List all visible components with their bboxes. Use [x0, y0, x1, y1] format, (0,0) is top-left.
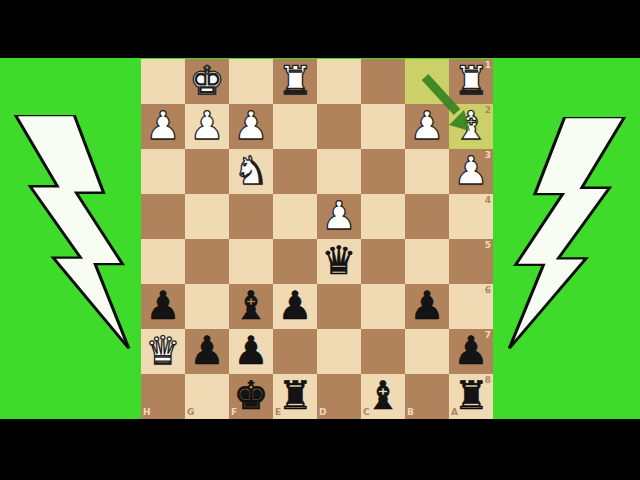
piece-black-pawn[interactable]: ♟ — [185, 328, 229, 373]
square-h7[interactable]: ♛ — [141, 329, 185, 374]
square-g7[interactable]: ♟ — [185, 329, 229, 374]
piece-black-pawn[interactable]: ♟ — [405, 283, 449, 328]
file-label-C: C — [363, 408, 370, 417]
square-g3[interactable] — [185, 149, 229, 194]
square-d2[interactable] — [317, 104, 361, 149]
rank-label-2: 2 — [485, 106, 491, 115]
square-c6[interactable] — [361, 284, 405, 329]
square-d4[interactable]: ♟ — [317, 194, 361, 239]
square-f4[interactable] — [229, 194, 273, 239]
square-f3[interactable]: ♞ — [229, 149, 273, 194]
file-label-A: A — [451, 408, 458, 417]
square-h4[interactable] — [141, 194, 185, 239]
square-c8[interactable]: ♝C — [361, 374, 405, 419]
square-e8[interactable]: ♜E — [273, 374, 317, 419]
square-h8[interactable]: H — [141, 374, 185, 419]
piece-white-pawn[interactable]: ♟ — [317, 193, 361, 238]
square-f2[interactable]: ♟ — [229, 104, 273, 149]
piece-white-pawn[interactable]: ♟ — [405, 103, 449, 148]
top-letterbox-bar — [0, 0, 640, 58]
rank-label-1: 1 — [485, 61, 491, 70]
square-h2[interactable]: ♟ — [141, 104, 185, 149]
piece-white-pawn[interactable]: ♟ — [229, 103, 273, 148]
rank-label-4: 4 — [485, 196, 491, 205]
square-c3[interactable] — [361, 149, 405, 194]
square-h5[interactable] — [141, 239, 185, 284]
piece-white-rook[interactable]: ♜ — [273, 58, 317, 103]
square-e3[interactable] — [273, 149, 317, 194]
square-e5[interactable] — [273, 239, 317, 284]
file-label-E: E — [275, 408, 281, 417]
square-d1[interactable] — [317, 59, 361, 104]
square-d3[interactable] — [317, 149, 361, 194]
square-e2[interactable] — [273, 104, 317, 149]
square-f5[interactable] — [229, 239, 273, 284]
bottom-letterbox-bar — [0, 419, 640, 480]
square-b1[interactable] — [405, 59, 449, 104]
rank-label-5: 5 — [485, 241, 491, 250]
square-e7[interactable] — [273, 329, 317, 374]
square-g6[interactable] — [185, 284, 229, 329]
square-d5[interactable]: ♛ — [317, 239, 361, 284]
rank-label-8: 8 — [485, 376, 491, 385]
square-f8[interactable]: ♚F — [229, 374, 273, 419]
lightning-bolt-right-icon — [505, 117, 633, 350]
square-b8[interactable]: B — [405, 374, 449, 419]
square-a7[interactable]: ♟7 — [449, 329, 493, 374]
file-label-G: G — [187, 408, 194, 417]
screenshot-stage: ♚♜♜1♟♟♟♟♝2♞♟3♟4♛5♟♝♟♟6♛♟♟♟7HG♚F♜ED♝CB♜8A — [0, 0, 640, 480]
rank-label-3: 3 — [485, 151, 491, 160]
square-c2[interactable] — [361, 104, 405, 149]
square-c5[interactable] — [361, 239, 405, 284]
square-c7[interactable] — [361, 329, 405, 374]
file-label-H: H — [143, 408, 151, 417]
square-e4[interactable] — [273, 194, 317, 239]
square-c1[interactable] — [361, 59, 405, 104]
square-g2[interactable]: ♟ — [185, 104, 229, 149]
square-d8[interactable]: D — [317, 374, 361, 419]
piece-white-pawn[interactable]: ♟ — [141, 103, 185, 148]
square-a8[interactable]: ♜8A — [449, 374, 493, 419]
square-a1[interactable]: ♜1 — [449, 59, 493, 104]
piece-black-pawn[interactable]: ♟ — [141, 283, 185, 328]
square-f6[interactable]: ♝ — [229, 284, 273, 329]
piece-white-knight[interactable]: ♞ — [229, 148, 273, 193]
square-a3[interactable]: ♟3 — [449, 149, 493, 194]
rank-label-6: 6 — [485, 286, 491, 295]
lightning-bolt-left-icon — [7, 115, 133, 350]
square-c4[interactable] — [361, 194, 405, 239]
square-e1[interactable]: ♜ — [273, 59, 317, 104]
square-f1[interactable] — [229, 59, 273, 104]
square-g5[interactable] — [185, 239, 229, 284]
square-b6[interactable]: ♟ — [405, 284, 449, 329]
piece-black-pawn[interactable]: ♟ — [273, 283, 317, 328]
square-h6[interactable]: ♟ — [141, 284, 185, 329]
file-label-D: D — [319, 408, 326, 417]
square-e6[interactable]: ♟ — [273, 284, 317, 329]
piece-black-queen[interactable]: ♛ — [317, 238, 361, 283]
square-b7[interactable] — [405, 329, 449, 374]
square-b3[interactable] — [405, 149, 449, 194]
file-label-F: F — [231, 408, 237, 417]
square-a6[interactable]: 6 — [449, 284, 493, 329]
square-b2[interactable]: ♟ — [405, 104, 449, 149]
square-h1[interactable] — [141, 59, 185, 104]
square-b5[interactable] — [405, 239, 449, 284]
square-d6[interactable] — [317, 284, 361, 329]
rank-label-7: 7 — [485, 331, 491, 340]
square-a4[interactable]: 4 — [449, 194, 493, 239]
square-a5[interactable]: 5 — [449, 239, 493, 284]
square-d7[interactable] — [317, 329, 361, 374]
square-g4[interactable] — [185, 194, 229, 239]
square-a2[interactable]: ♝2 — [449, 104, 493, 149]
piece-black-pawn[interactable]: ♟ — [229, 328, 273, 373]
square-h3[interactable] — [141, 149, 185, 194]
piece-black-bishop[interactable]: ♝ — [229, 283, 273, 328]
piece-white-queen[interactable]: ♛ — [141, 328, 185, 373]
piece-white-king[interactable]: ♚ — [185, 58, 229, 103]
square-b4[interactable] — [405, 194, 449, 239]
file-label-B: B — [407, 408, 414, 417]
square-g8[interactable]: G — [185, 374, 229, 419]
chess-board[interactable]: ♚♜♜1♟♟♟♟♝2♞♟3♟4♛5♟♝♟♟6♛♟♟♟7HG♚F♜ED♝CB♜8A — [141, 59, 493, 419]
piece-white-pawn[interactable]: ♟ — [185, 103, 229, 148]
square-g1[interactable]: ♚ — [185, 59, 229, 104]
square-f7[interactable]: ♟ — [229, 329, 273, 374]
